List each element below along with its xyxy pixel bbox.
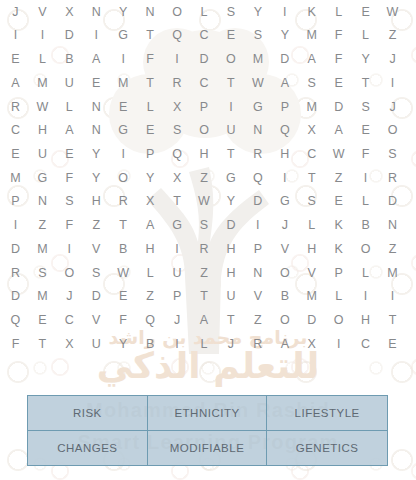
- grid-cell-r12c5[interactable]: W: [110, 261, 137, 285]
- grid-cell-r7c9[interactable]: T: [217, 142, 244, 166]
- grid-cell-r14c1[interactable]: Q: [2, 309, 29, 333]
- grid-cell-r10c11[interactable]: J: [271, 214, 298, 238]
- grid-cell-r13c13[interactable]: L: [325, 285, 352, 309]
- grid-cell-r7c14[interactable]: F: [352, 142, 379, 166]
- grid-cell-r3c3[interactable]: B: [56, 47, 83, 71]
- grid-cell-r5c3[interactable]: L: [56, 95, 83, 119]
- grid-cell-r6c4[interactable]: N: [83, 119, 110, 143]
- grid-cell-r13c3[interactable]: J: [56, 285, 83, 309]
- grid-cell-r4c14[interactable]: T: [352, 71, 379, 95]
- grid-cell-r1c8[interactable]: L: [191, 0, 218, 24]
- grid-cell-r12c14[interactable]: L: [352, 261, 379, 285]
- grid-cell-r13c8[interactable]: T: [191, 285, 218, 309]
- grid-cell-r10c10[interactable]: I: [244, 214, 271, 238]
- grid-cell-r2c11[interactable]: Y: [271, 24, 298, 48]
- grid-cell-r10c1[interactable]: I: [2, 214, 29, 238]
- word-bank-item-lifestyle: LIFESTYLE: [267, 396, 387, 431]
- grid-cell-r14c13[interactable]: O: [325, 309, 352, 333]
- grid-cell-r8c9[interactable]: G: [217, 166, 244, 190]
- grid-cell-r12c11[interactable]: O: [271, 261, 298, 285]
- grid-cell-r7c13[interactable]: W: [325, 142, 352, 166]
- grid-cell-r9c12[interactable]: S: [298, 190, 325, 214]
- grid-cell-r7c15[interactable]: S: [379, 142, 406, 166]
- grid-cell-r2c9[interactable]: E: [217, 24, 244, 48]
- grid-cell-r14c10[interactable]: Z: [244, 309, 271, 333]
- grid-cell-r12c4[interactable]: S: [83, 261, 110, 285]
- word-search-worksheet: برنامج محمد بن راشد للتعلم الذكي Mohamme…: [0, 0, 416, 480]
- grid-cell-r11c9[interactable]: H: [217, 237, 244, 261]
- grid-cell-r3c4[interactable]: A: [83, 47, 110, 71]
- grid-cell-r5c13[interactable]: D: [325, 95, 352, 119]
- grid-cell-r2c14[interactable]: L: [352, 24, 379, 48]
- grid-cell-r10c2[interactable]: Z: [29, 214, 56, 238]
- word-bank-item-changes: CHANGES: [28, 431, 148, 466]
- grid-cell-r14c5[interactable]: F: [110, 309, 137, 333]
- grid-cell-r7c3[interactable]: E: [56, 142, 83, 166]
- grid-cell-r2c8[interactable]: C: [191, 24, 218, 48]
- grid-cell-r13c1[interactable]: D: [2, 285, 29, 309]
- grid-cell-r11c5[interactable]: B: [110, 237, 137, 261]
- grid-cell-r11c13[interactable]: K: [325, 237, 352, 261]
- grid-cell-r9c14[interactable]: L: [352, 190, 379, 214]
- grid-cell-r14c8[interactable]: A: [191, 309, 218, 333]
- grid-cell-r6c11[interactable]: Q: [271, 119, 298, 143]
- grid-cell-r12c12[interactable]: V: [298, 261, 325, 285]
- grid-cell-r12c13[interactable]: P: [325, 261, 352, 285]
- grid-cell-r6c8[interactable]: O: [191, 119, 218, 143]
- grid-cell-r5c7[interactable]: X: [164, 95, 191, 119]
- grid-cell-r11c6[interactable]: H: [137, 237, 164, 261]
- grid-cell-r3c6[interactable]: F: [137, 47, 164, 71]
- grid-cell-r8c11[interactable]: I: [271, 166, 298, 190]
- grid-cell-r4c9[interactable]: T: [217, 71, 244, 95]
- grid-cell-r3c11[interactable]: D: [271, 47, 298, 71]
- grid-cell-r4c7[interactable]: R: [164, 71, 191, 95]
- grid-cell-r6c10[interactable]: N: [244, 119, 271, 143]
- grid-cell-r13c7[interactable]: P: [164, 285, 191, 309]
- grid-cell-r7c8[interactable]: H: [191, 142, 218, 166]
- grid-cell-r15c2[interactable]: T: [29, 332, 56, 356]
- grid-cell-r4c10[interactable]: W: [244, 71, 271, 95]
- grid-cell-r2c10[interactable]: S: [244, 24, 271, 48]
- grid-cell-r8c10[interactable]: Q: [244, 166, 271, 190]
- grid-cell-r10c4[interactable]: Z: [83, 214, 110, 238]
- grid-cell-r12c10[interactable]: N: [244, 261, 271, 285]
- grid-cell-r11c8[interactable]: R: [191, 237, 218, 261]
- grid-cell-r2c2[interactable]: I: [29, 24, 56, 48]
- grid-cell-r4c12[interactable]: S: [298, 71, 325, 95]
- grid-cell-r11c3[interactable]: I: [56, 237, 83, 261]
- grid-cell-r6c5[interactable]: G: [110, 119, 137, 143]
- grid-cell-r2c3[interactable]: D: [56, 24, 83, 48]
- grid-cell-r1c12[interactable]: K: [298, 0, 325, 24]
- grid-cell-r7c5[interactable]: I: [110, 142, 137, 166]
- grid-cell-r14c15[interactable]: T: [379, 309, 406, 333]
- word-bank-table: RISKETHNICITYLIFESTYLECHANGESMODIFIABLEG…: [27, 395, 388, 466]
- grid-cell-r4c15[interactable]: I: [379, 71, 406, 95]
- grid-cell-r11c7[interactable]: I: [164, 237, 191, 261]
- grid-cell-r5c1[interactable]: R: [2, 95, 29, 119]
- grid-cell-r10c15[interactable]: N: [379, 214, 406, 238]
- grid-cell-r10c12[interactable]: L: [298, 214, 325, 238]
- grid-cell-r7c6[interactable]: P: [137, 142, 164, 166]
- grid-cell-r13c14[interactable]: I: [352, 285, 379, 309]
- grid-cell-r10c7[interactable]: G: [164, 214, 191, 238]
- grid-cell-r14c14[interactable]: H: [352, 309, 379, 333]
- grid-cell-r6c13[interactable]: A: [325, 119, 352, 143]
- grid-cell-r3c5[interactable]: I: [110, 47, 137, 71]
- grid-cell-r3c12[interactable]: A: [298, 47, 325, 71]
- grid-cell-r15c12[interactable]: X: [298, 332, 325, 356]
- grid-cell-r5c10[interactable]: G: [244, 95, 271, 119]
- grid-cell-r13c4[interactable]: D: [83, 285, 110, 309]
- grid-cell-r10c6[interactable]: A: [137, 214, 164, 238]
- grid-cell-r1c14[interactable]: E: [352, 0, 379, 24]
- grid-cell-r15c7[interactable]: I: [164, 332, 191, 356]
- grid-cell-r2c6[interactable]: T: [137, 24, 164, 48]
- grid-cell-r15c9[interactable]: J: [217, 332, 244, 356]
- grid-cell-r14c2[interactable]: E: [29, 309, 56, 333]
- grid-cell-r7c11[interactable]: H: [271, 142, 298, 166]
- grid-cell-r4c5[interactable]: M: [110, 71, 137, 95]
- grid-cell-r8c2[interactable]: G: [29, 166, 56, 190]
- grid-cell-r1c4[interactable]: N: [83, 0, 110, 24]
- grid-cell-r10c3[interactable]: F: [56, 214, 83, 238]
- grid-cell-r7c10[interactable]: R: [244, 142, 271, 166]
- grid-cell-r8c13[interactable]: Z: [325, 166, 352, 190]
- grid-cell-r15c14[interactable]: C: [352, 332, 379, 356]
- grid-cell-r1c10[interactable]: Y: [244, 0, 271, 24]
- grid-cell-r12c3[interactable]: O: [56, 261, 83, 285]
- grid-cell-r15c4[interactable]: U: [83, 332, 110, 356]
- grid-cell-r11c1[interactable]: D: [2, 237, 29, 261]
- grid-cell-r9c7[interactable]: T: [164, 190, 191, 214]
- grid-cell-r7c12[interactable]: C: [298, 142, 325, 166]
- grid-cell-r14c7[interactable]: J: [164, 309, 191, 333]
- grid-cell-r8c7[interactable]: X: [164, 166, 191, 190]
- grid-cell-r8c6[interactable]: Y: [137, 166, 164, 190]
- grid-cell-r2c13[interactable]: F: [325, 24, 352, 48]
- grid-cell-r5c14[interactable]: S: [352, 95, 379, 119]
- grid-cell-r15c11[interactable]: A: [271, 332, 298, 356]
- grid-cell-r9c3[interactable]: S: [56, 190, 83, 214]
- grid-cell-r3c8[interactable]: D: [191, 47, 218, 71]
- grid-cell-r9c1[interactable]: P: [2, 190, 29, 214]
- grid-cell-r11c4[interactable]: V: [83, 237, 110, 261]
- grid-cell-r3c1[interactable]: E: [2, 47, 29, 71]
- grid-cell-r5c15[interactable]: J: [379, 95, 406, 119]
- grid-cell-r12c2[interactable]: S: [29, 261, 56, 285]
- grid-cell-r10c5[interactable]: T: [110, 214, 137, 238]
- grid-cell-r9c13[interactable]: E: [325, 190, 352, 214]
- grid-cell-r6c2[interactable]: H: [29, 119, 56, 143]
- grid-cell-r5c5[interactable]: E: [110, 95, 137, 119]
- grid-cell-r12c7[interactable]: U: [164, 261, 191, 285]
- grid-cell-r3c9[interactable]: O: [217, 47, 244, 71]
- grid-cell-r12c9[interactable]: H: [217, 261, 244, 285]
- grid-cell-r5c4[interactable]: N: [83, 95, 110, 119]
- grid-cell-r11c2[interactable]: M: [29, 237, 56, 261]
- grid-cell-r6c3[interactable]: A: [56, 119, 83, 143]
- grid-cell-r1c5[interactable]: Y: [110, 0, 137, 24]
- grid-cell-r15c3[interactable]: X: [56, 332, 83, 356]
- grid-cell-r6c7[interactable]: S: [164, 119, 191, 143]
- grid-cell-r9c9[interactable]: Y: [217, 190, 244, 214]
- grid-cell-r2c7[interactable]: Q: [164, 24, 191, 48]
- grid-cell-r8c12[interactable]: T: [298, 166, 325, 190]
- grid-cell-r3c13[interactable]: F: [325, 47, 352, 71]
- grid-cell-r9c2[interactable]: N: [29, 190, 56, 214]
- grid-cell-r3c10[interactable]: M: [244, 47, 271, 71]
- grid-cell-r9c5[interactable]: R: [110, 190, 137, 214]
- word-bank-item-genetics: GENETICS: [267, 431, 387, 466]
- grid-cell-r8c1[interactable]: M: [2, 166, 29, 190]
- grid-cell-r2c5[interactable]: G: [110, 24, 137, 48]
- grid-cell-r4c8[interactable]: C: [191, 71, 218, 95]
- grid-cell-r13c11[interactable]: B: [271, 285, 298, 309]
- grid-cell-r8c15[interactable]: R: [379, 166, 406, 190]
- grid-cell-r12c1[interactable]: R: [2, 261, 29, 285]
- grid-cell-r5c2[interactable]: W: [29, 95, 56, 119]
- grid-cell-r13c5[interactable]: E: [110, 285, 137, 309]
- grid-cell-r1c13[interactable]: L: [325, 0, 352, 24]
- grid-cell-r14c4[interactable]: V: [83, 309, 110, 333]
- grid-cell-r10c8[interactable]: S: [191, 214, 218, 238]
- grid-cell-r2c15[interactable]: Z: [379, 24, 406, 48]
- grid-cell-r4c13[interactable]: E: [325, 71, 352, 95]
- grid-cell-r6c9[interactable]: U: [217, 119, 244, 143]
- grid-cell-r3c2[interactable]: L: [29, 47, 56, 71]
- grid-cell-r5c9[interactable]: I: [217, 95, 244, 119]
- grid-cell-r14c3[interactable]: C: [56, 309, 83, 333]
- grid-cell-r11c14[interactable]: O: [352, 237, 379, 261]
- grid-cell-r5c12[interactable]: M: [298, 95, 325, 119]
- grid-cell-r8c8[interactable]: Z: [191, 166, 218, 190]
- grid-cell-r1c3[interactable]: X: [56, 0, 83, 24]
- grid-cell-r1c9[interactable]: S: [217, 0, 244, 24]
- grid-cell-r1c15[interactable]: W: [379, 0, 406, 24]
- grid-cell-r2c1[interactable]: I: [2, 24, 29, 48]
- grid-cell-r1c6[interactable]: N: [137, 0, 164, 24]
- grid-cell-r7c2[interactable]: U: [29, 142, 56, 166]
- grid-cell-r14c6[interactable]: Q: [137, 309, 164, 333]
- grid-cell-r13c12[interactable]: M: [298, 285, 325, 309]
- grid-cell-r3c15[interactable]: J: [379, 47, 406, 71]
- grid-cell-r12c8[interactable]: Z: [191, 261, 218, 285]
- grid-cell-r1c7[interactable]: O: [164, 0, 191, 24]
- grid-cell-r10c14[interactable]: B: [352, 214, 379, 238]
- grid-cell-r8c4[interactable]: Y: [83, 166, 110, 190]
- grid-cell-r15c13[interactable]: I: [325, 332, 352, 356]
- grid-cell-r4c4[interactable]: E: [83, 71, 110, 95]
- word-bank-item-risk: RISK: [28, 396, 148, 431]
- grid-cell-r1c2[interactable]: V: [29, 0, 56, 24]
- grid-cell-r6c15[interactable]: O: [379, 119, 406, 143]
- grid-cell-r4c2[interactable]: M: [29, 71, 56, 95]
- grid-cell-r12c15[interactable]: M: [379, 261, 406, 285]
- grid-cell-r13c10[interactable]: V: [244, 285, 271, 309]
- grid-cell-r9c4[interactable]: H: [83, 190, 110, 214]
- grid-cell-r9c8[interactable]: W: [191, 190, 218, 214]
- grid-cell-r4c1[interactable]: A: [2, 71, 29, 95]
- grid-cell-r4c6[interactable]: T: [137, 71, 164, 95]
- grid-cell-r8c3[interactable]: F: [56, 166, 83, 190]
- grid-cell-r9c6[interactable]: X: [137, 190, 164, 214]
- grid-cell-r6c14[interactable]: E: [352, 119, 379, 143]
- grid-cell-r15c6[interactable]: B: [137, 332, 164, 356]
- grid-cell-r10c13[interactable]: K: [325, 214, 352, 238]
- grid-cell-r11c10[interactable]: P: [244, 237, 271, 261]
- grid-cell-r1c11[interactable]: I: [271, 0, 298, 24]
- grid-cell-r4c11[interactable]: A: [271, 71, 298, 95]
- grid-cell-r8c14[interactable]: I: [352, 166, 379, 190]
- grid-cell-r15c15[interactable]: E: [379, 332, 406, 356]
- grid-cell-r7c1[interactable]: E: [2, 142, 29, 166]
- grid-cell-r2c4[interactable]: I: [83, 24, 110, 48]
- grid-cell-r13c2[interactable]: M: [29, 285, 56, 309]
- grid-cell-r6c1[interactable]: C: [2, 119, 29, 143]
- grid-cell-r11c11[interactable]: V: [271, 237, 298, 261]
- grid-cell-r11c15[interactable]: Z: [379, 237, 406, 261]
- grid-cell-r9c10[interactable]: D: [244, 190, 271, 214]
- grid-cell-r7c7[interactable]: Q: [164, 142, 191, 166]
- grid-cell-r15c1[interactable]: F: [2, 332, 29, 356]
- grid-cell-r4c3[interactable]: U: [56, 71, 83, 95]
- grid-cell-r10c9[interactable]: D: [217, 214, 244, 238]
- grid-cell-r13c15[interactable]: I: [379, 285, 406, 309]
- grid-cell-r7c4[interactable]: Y: [83, 142, 110, 166]
- grid-cell-r6c6[interactable]: E: [137, 119, 164, 143]
- grid-cell-r13c6[interactable]: Z: [137, 285, 164, 309]
- grid-cell-r5c8[interactable]: P: [191, 95, 218, 119]
- grid-cell-r5c11[interactable]: P: [271, 95, 298, 119]
- grid-cell-r14c11[interactable]: O: [271, 309, 298, 333]
- grid-cell-r6c12[interactable]: X: [298, 119, 325, 143]
- grid-cell-r5c6[interactable]: L: [137, 95, 164, 119]
- word-search-grid: JVXNYNOLSYIKLEWIIDIGTQCESYMFLZELBAIFIDOM…: [2, 0, 406, 356]
- grid-cell-r14c12[interactable]: D: [298, 309, 325, 333]
- grid-cell-r9c15[interactable]: D: [379, 190, 406, 214]
- grid-cell-r14c9[interactable]: T: [217, 309, 244, 333]
- grid-cell-r3c14[interactable]: Y: [352, 47, 379, 71]
- grid-cell-r15c5[interactable]: Y: [110, 332, 137, 356]
- grid-cell-r12c6[interactable]: L: [137, 261, 164, 285]
- grid-cell-r8c5[interactable]: O: [110, 166, 137, 190]
- grid-cell-r11c12[interactable]: H: [298, 237, 325, 261]
- grid-cell-r13c9[interactable]: U: [217, 285, 244, 309]
- word-bank-item-ethnicity: ETHNICITY: [148, 396, 268, 431]
- grid-cell-r15c10[interactable]: R: [244, 332, 271, 356]
- grid-cell-r2c12[interactable]: M: [298, 24, 325, 48]
- grid-cell-r1c1[interactable]: J: [2, 0, 29, 24]
- grid-cell-r15c8[interactable]: L: [191, 332, 218, 356]
- grid-cell-r3c7[interactable]: I: [164, 47, 191, 71]
- grid-cell-r9c11[interactable]: G: [271, 190, 298, 214]
- word-bank-item-modifiable: MODIFIABLE: [148, 431, 268, 466]
